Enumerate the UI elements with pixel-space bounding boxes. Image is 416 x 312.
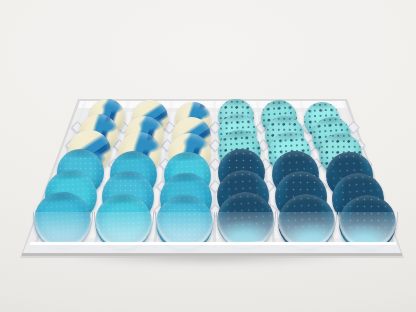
photo-canvas [0,0,416,312]
tray-divider-knob [376,204,389,217]
macaron-turquoise [109,149,159,199]
tray-divider-knob [51,180,64,193]
macaron-aqua-speckled [310,116,352,158]
macaron-aqua-speckled [260,99,298,137]
tray-divider-knob [42,204,55,217]
tray-divider-knob [209,139,222,152]
macaron-aqua-speckled [303,101,341,139]
tray-divider-knob [109,158,122,171]
tray-divider-knob [58,158,71,171]
tray-divider-knob [262,180,275,193]
macaron-aqua-speckled [218,99,254,135]
tray-divider-knob [315,180,328,193]
tray-divider-ridge [213,101,216,256]
macaron-turquoise [57,149,104,196]
tray-divider-ridge [256,101,276,256]
tray-divider-knob [117,121,130,134]
tray-divider-knob [301,121,314,134]
tray-divider-knob [65,139,78,152]
macaron-cream-blue-marble [66,129,112,175]
tray-divider-ridge [30,101,86,257]
macaron-cream-blue-marble [125,116,164,155]
tray-divider-knob [209,121,222,134]
tray-divider-knob [257,139,270,152]
tray-divider-ridge [91,101,129,257]
macaron-turquoise [163,151,212,200]
macaron-aqua-speckled [319,133,362,176]
tray-divider-knob [163,121,176,134]
macaron-turquoise [44,168,99,223]
tray-divider-ridge [342,101,398,257]
tray-cast-shadow [8,244,408,270]
macaron-navy-galaxy [276,192,336,252]
macaron-aqua-speckled [217,113,258,154]
macaron-cream-blue-marble [89,99,125,135]
macaron-aqua-speckled [217,129,263,175]
tray-divider-knob [103,180,116,193]
tray-divider-knob [209,158,222,171]
macaron-aqua-speckled [267,130,312,175]
macaron-cream-blue-marble [168,133,211,176]
macaron-navy-galaxy [324,151,373,200]
tray-divider-knob [310,158,323,171]
macaron-navy-galaxy [216,168,271,223]
tray-divider-knob [209,180,222,193]
tray-divider-knob [368,180,381,193]
tray-divider-knob [161,139,174,152]
macaron-turquoise [32,190,93,251]
macaron-cream-blue-marble [78,113,119,154]
tray-divider-knob [347,121,360,134]
tray-divider-knob [159,158,172,171]
macaron-navy-galaxy [275,171,327,223]
macaron-aqua-speckled [265,116,304,155]
macaron-navy-galaxy [215,190,276,251]
tray-divider-knob [255,121,268,134]
macaron-turquoise [102,171,154,223]
macaron-cream-blue-marble [170,116,212,158]
tray-divider-knob [71,121,84,134]
tray-divider-knob [353,139,366,152]
tray-divider-knob [265,204,278,217]
tray-divider-ridge [299,101,337,257]
macaron-cream-blue-marble [131,99,169,137]
tray-divider-knob [209,204,222,217]
macaron-navy-galaxy [218,149,265,196]
tray-divider-ridge [152,101,172,256]
macaron-turquoise [158,171,214,227]
macaron-navy-galaxy [330,171,386,227]
tray-divider-knob [156,180,169,193]
macaron-cream-blue-marble [174,101,212,139]
tray-divider-knob [320,204,333,217]
tray-divider-knob [360,158,373,171]
tray-divider-knob [259,158,272,171]
tray-divider-knob [154,204,167,217]
macaron-navy-galaxy [270,149,320,199]
tray-divider-knob [98,204,111,217]
macaron-cream-blue-marble [117,130,162,175]
tray-divider-knob [305,139,318,152]
macaron-turquoise [93,192,153,252]
tray-divider-knob [113,139,126,152]
